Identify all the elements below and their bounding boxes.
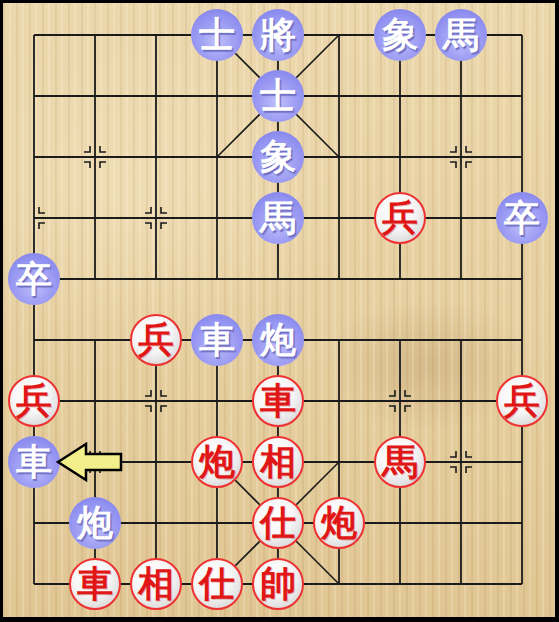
piece-red-chariot[interactable]: 車: [252, 375, 304, 427]
piece-red-soldier[interactable]: 兵: [374, 192, 426, 244]
star-point-marker: [84, 146, 90, 152]
piece-black-horse[interactable]: 馬: [252, 192, 304, 244]
piece-red-general[interactable]: 帥: [252, 558, 304, 610]
piece-red-advisor[interactable]: 仕: [252, 497, 304, 549]
star-point-marker: [100, 162, 106, 168]
star-point-marker: [405, 406, 411, 412]
star-point-marker: [389, 406, 395, 412]
star-point-marker: [84, 467, 90, 473]
star-point-marker: [39, 223, 45, 229]
star-point-marker: [466, 162, 472, 168]
piece-red-soldier[interactable]: 兵: [8, 375, 60, 427]
star-point-marker: [100, 467, 106, 473]
piece-black-cannon[interactable]: 炮: [69, 497, 121, 549]
xiangqi-board-frame: 士將象馬士象馬兵卒卒兵車炮兵車兵車炮相馬炮仕炮車相仕帥: [0, 0, 559, 622]
piece-red-chariot[interactable]: 車: [69, 558, 121, 610]
piece-black-advisor[interactable]: 士: [252, 70, 304, 122]
star-point-marker: [145, 406, 151, 412]
star-point-marker: [450, 451, 456, 457]
star-point-marker: [84, 451, 90, 457]
piece-red-elephant[interactable]: 相: [252, 436, 304, 488]
star-point-marker: [84, 162, 90, 168]
piece-red-advisor[interactable]: 仕: [191, 558, 243, 610]
piece-black-chariot[interactable]: 車: [191, 314, 243, 366]
piece-black-advisor[interactable]: 士: [191, 9, 243, 61]
star-point-marker: [466, 467, 472, 473]
star-point-marker: [100, 146, 106, 152]
piece-black-general[interactable]: 將: [252, 9, 304, 61]
piece-red-cannon[interactable]: 炮: [313, 497, 365, 549]
piece-red-horse[interactable]: 馬: [374, 436, 426, 488]
piece-black-chariot[interactable]: 車: [8, 436, 60, 488]
star-point-marker: [145, 390, 151, 396]
star-point-marker: [161, 223, 167, 229]
piece-black-cannon[interactable]: 炮: [252, 314, 304, 366]
star-point-marker: [405, 390, 411, 396]
star-point-marker: [450, 162, 456, 168]
star-point-marker: [161, 390, 167, 396]
star-point-marker: [145, 207, 151, 213]
piece-red-cannon[interactable]: 炮: [191, 436, 243, 488]
star-point-marker: [100, 451, 106, 457]
star-point-marker: [39, 207, 45, 213]
star-point-marker: [466, 146, 472, 152]
star-point-marker: [161, 207, 167, 213]
piece-black-elephant[interactable]: 象: [252, 131, 304, 183]
piece-red-soldier[interactable]: 兵: [496, 375, 548, 427]
star-point-marker: [466, 451, 472, 457]
piece-black-horse[interactable]: 馬: [435, 9, 487, 61]
piece-black-elephant[interactable]: 象: [374, 9, 426, 61]
piece-red-soldier[interactable]: 兵: [130, 314, 182, 366]
star-point-marker: [145, 223, 151, 229]
star-point-marker: [161, 406, 167, 412]
star-point-marker: [450, 146, 456, 152]
piece-red-elephant[interactable]: 相: [130, 558, 182, 610]
star-point-marker: [450, 467, 456, 473]
piece-black-soldier[interactable]: 卒: [496, 192, 548, 244]
star-point-marker: [389, 390, 395, 396]
piece-black-soldier[interactable]: 卒: [8, 253, 60, 305]
xiangqi-board: 士將象馬士象馬兵卒卒兵車炮兵車兵車炮相馬炮仕炮車相仕帥: [3, 3, 555, 617]
